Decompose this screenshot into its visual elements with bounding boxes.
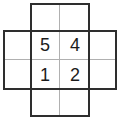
outside-corner bbox=[3, 90, 30, 117]
cell-r2c1[interactable]: 1 bbox=[30, 60, 60, 90]
cell-r3c1[interactable] bbox=[30, 90, 60, 117]
cell-r0c1[interactable] bbox=[30, 3, 60, 30]
cell-r3c2[interactable] bbox=[60, 90, 90, 117]
cell-r1c0[interactable] bbox=[3, 30, 30, 60]
cell-r0c2[interactable] bbox=[60, 3, 90, 30]
outside-corner bbox=[3, 3, 30, 30]
cell-r2c2[interactable]: 2 bbox=[60, 60, 90, 90]
cell-r2c3[interactable] bbox=[90, 60, 117, 90]
cell-r1c3[interactable] bbox=[90, 30, 117, 60]
cell-r2c0[interactable] bbox=[3, 60, 30, 90]
outside-corner bbox=[90, 3, 117, 30]
puzzle-grid: 5412 bbox=[3, 3, 117, 117]
cell-r1c2[interactable]: 4 bbox=[60, 30, 90, 60]
outside-corner bbox=[90, 90, 117, 117]
cell-r1c1[interactable]: 5 bbox=[30, 30, 60, 60]
puzzle-board: 5412 bbox=[0, 0, 120, 120]
